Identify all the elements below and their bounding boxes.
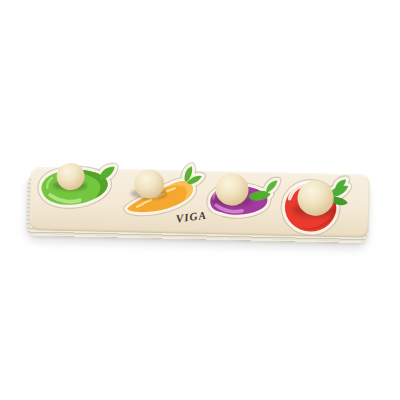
piece-tomato[interactable]	[280, 176, 357, 234]
board-surface: VIGA	[30, 167, 370, 238]
product-photo-wooden-puzzle: VIGA	[0, 0, 400, 400]
tomato-knob[interactable]	[296, 180, 335, 220]
puzzle-board: VIGA	[30, 167, 370, 238]
eggplant-knob[interactable]	[214, 173, 250, 210]
carrot-knob[interactable]	[133, 169, 165, 202]
piece-eggplant[interactable]	[202, 171, 283, 225]
piece-green-pepper[interactable]	[34, 158, 121, 216]
pepper-knob[interactable]	[55, 163, 85, 194]
